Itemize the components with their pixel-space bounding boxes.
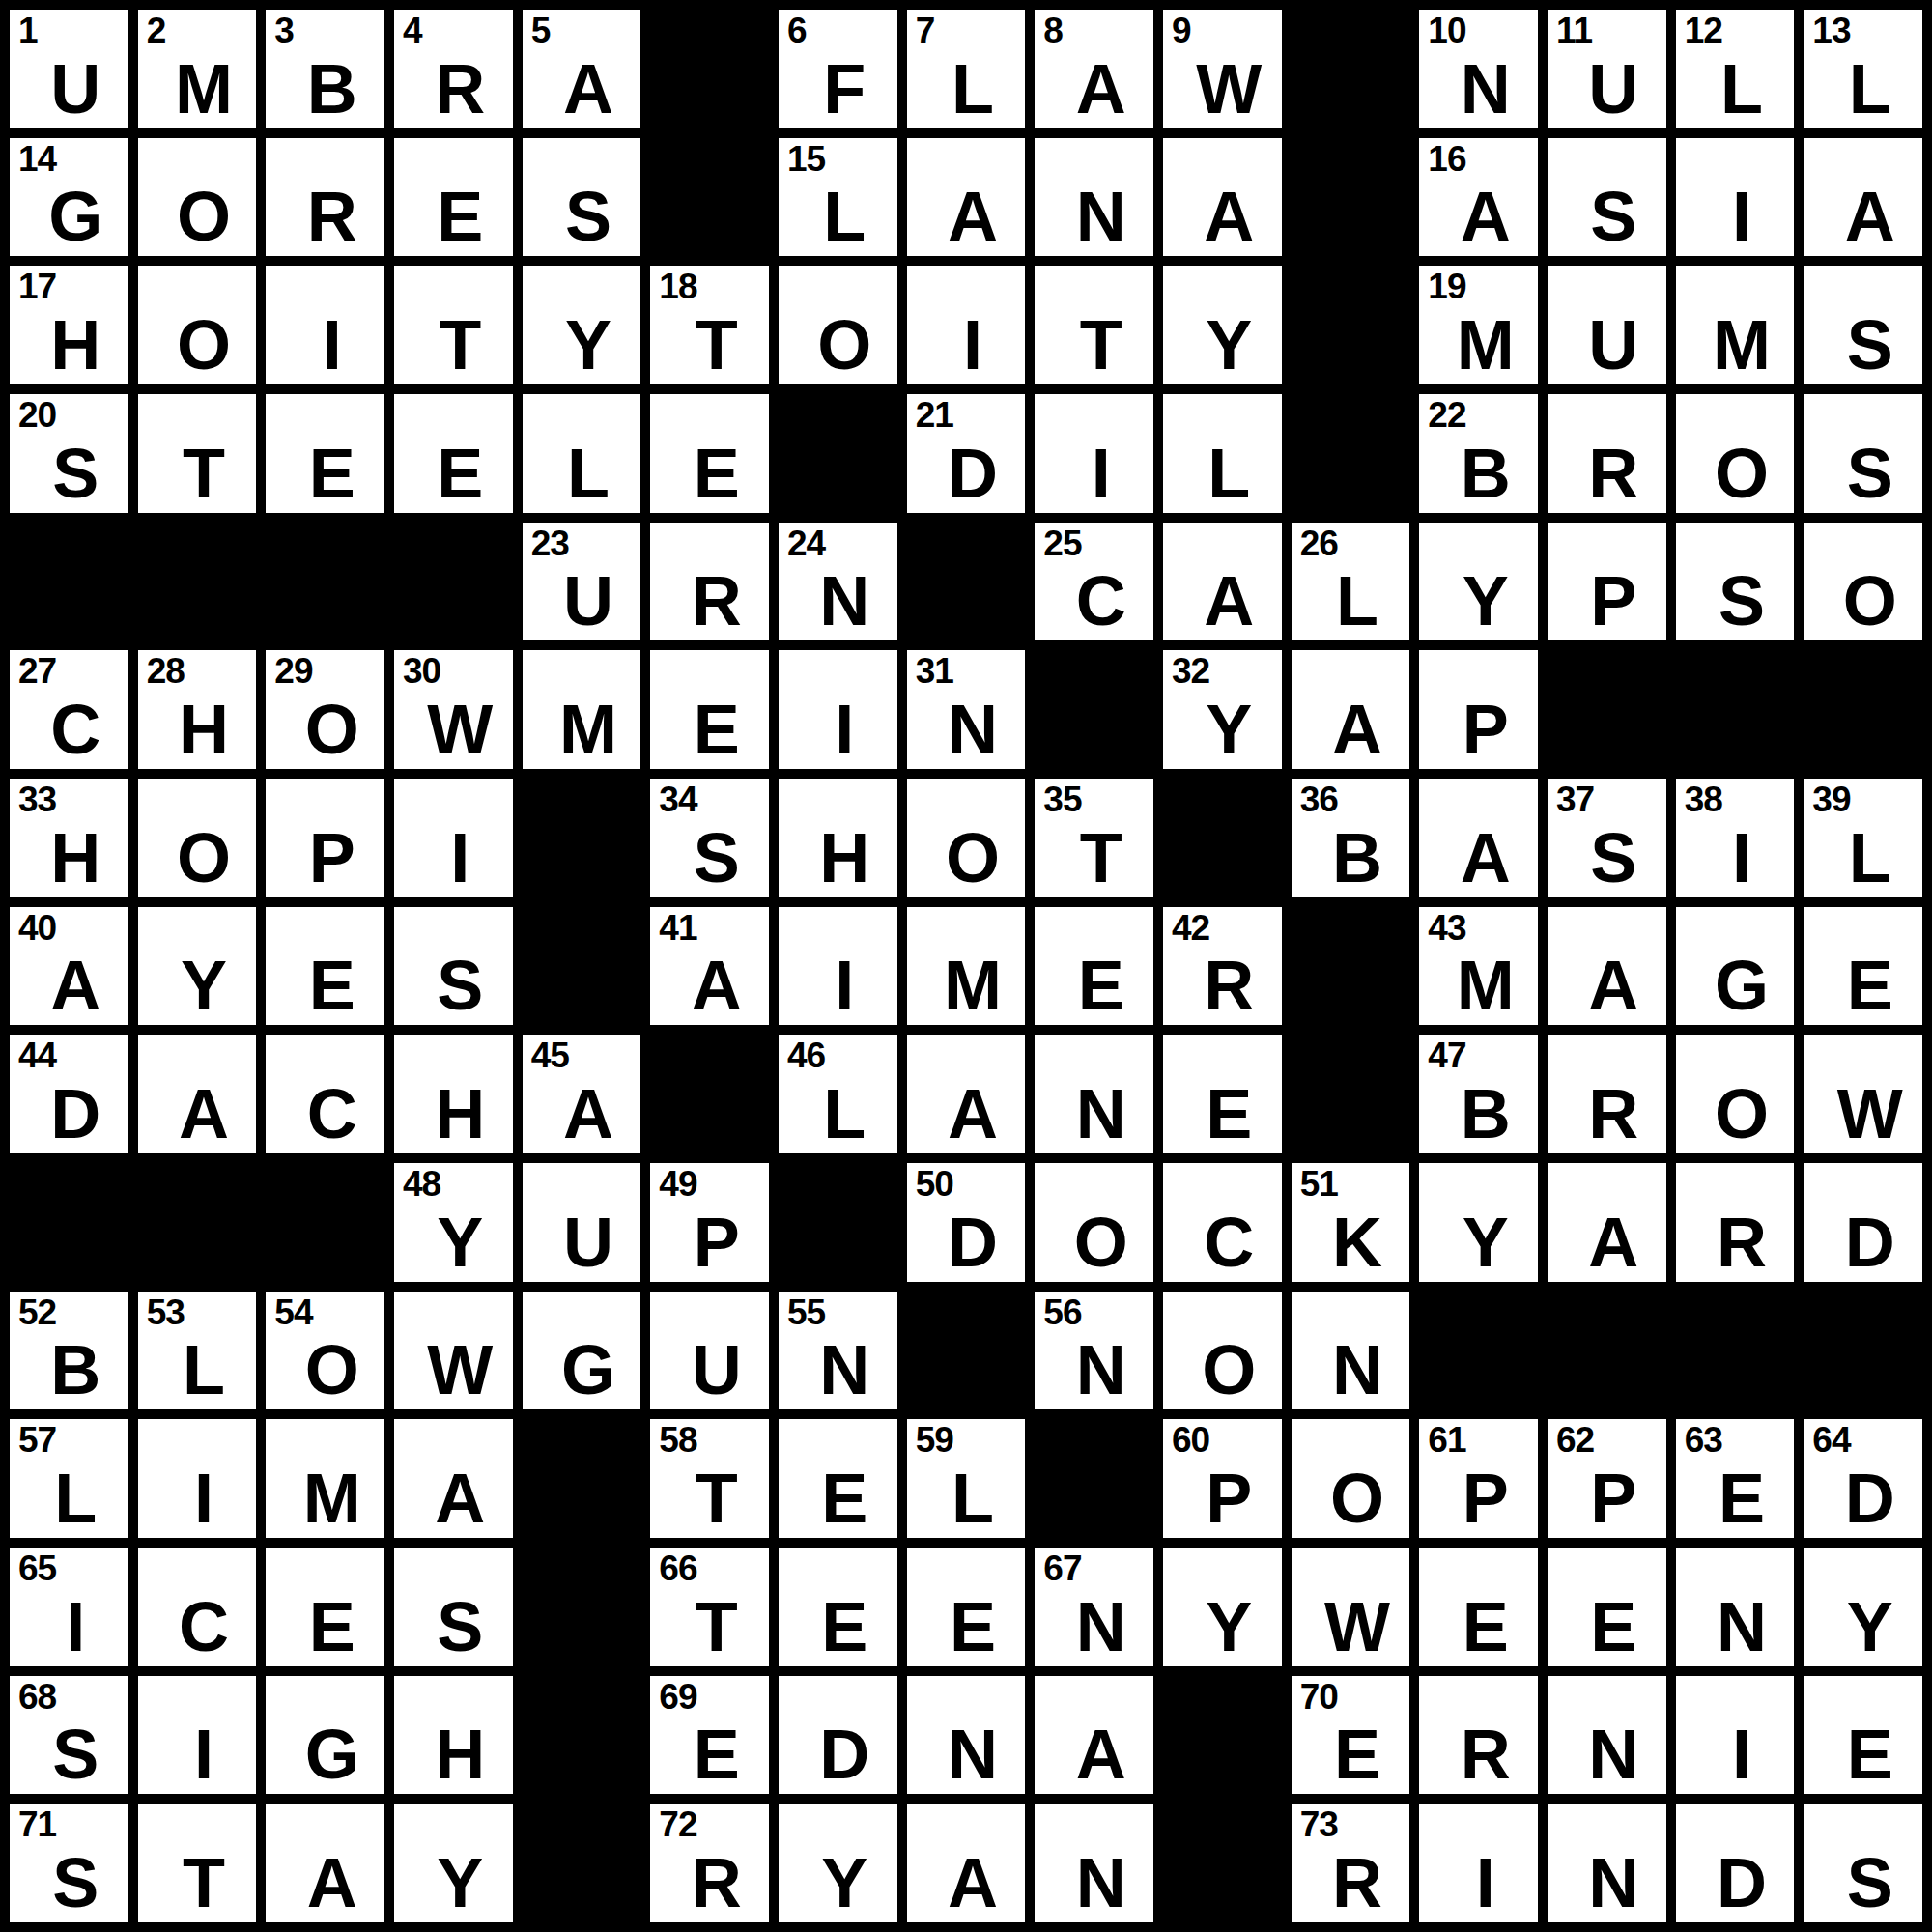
cell-letter: I xyxy=(272,310,391,380)
clue-number: 69 xyxy=(659,1679,696,1717)
clue-number: 50 xyxy=(916,1166,953,1204)
grid-cell[interactable]: A xyxy=(133,1030,262,1158)
grid-cell[interactable]: E xyxy=(261,902,389,1031)
grid-cell[interactable]: E xyxy=(389,389,518,518)
grid-cell[interactable]: N xyxy=(1030,1799,1158,1927)
grid-cell[interactable]: A xyxy=(1030,1671,1158,1800)
grid-cell[interactable]: E xyxy=(1030,902,1158,1031)
grid-cell[interactable]: E xyxy=(645,645,774,774)
cell-letter: W xyxy=(1170,54,1289,124)
grid-cell[interactable]: W xyxy=(1287,1543,1415,1671)
cell-letter: C xyxy=(1041,566,1160,636)
grid-cell[interactable]: 7L xyxy=(902,5,1031,133)
grid-cell[interactable]: G xyxy=(261,1671,389,1800)
cell-letter: A xyxy=(1426,823,1545,893)
black-cell xyxy=(133,1158,262,1287)
cell-letter: L xyxy=(1170,439,1289,508)
cell-letter: A xyxy=(401,1463,520,1533)
grid-cell[interactable]: 29O xyxy=(261,645,389,774)
grid-cell[interactable]: E xyxy=(774,1414,902,1543)
grid-cell[interactable]: 28H xyxy=(133,645,262,774)
cell-letter: M xyxy=(1683,310,1802,380)
grid-cell[interactable]: E xyxy=(645,389,774,518)
grid-cell[interactable]: E xyxy=(1543,1543,1671,1671)
grid-cell[interactable]: 22B xyxy=(1414,389,1543,518)
cell-letter: O xyxy=(1170,1335,1289,1405)
grid-cell[interactable]: E xyxy=(774,1543,902,1671)
cell-letter: M xyxy=(914,951,1033,1020)
cell-letter: U xyxy=(529,566,648,636)
black-cell xyxy=(645,133,774,262)
grid-cell[interactable]: 68S xyxy=(5,1671,133,1800)
grid-cell[interactable]: 39L xyxy=(1799,774,1927,902)
grid-cell[interactable]: 59L xyxy=(902,1414,1031,1543)
grid-cell[interactable]: A xyxy=(902,1030,1031,1158)
grid-cell[interactable]: O xyxy=(774,261,902,389)
grid-cell[interactable]: 54O xyxy=(261,1287,389,1415)
grid-cell[interactable]: S xyxy=(1799,389,1927,518)
grid-cell[interactable]: A xyxy=(1414,774,1543,902)
cell-letter: O xyxy=(1810,566,1929,636)
grid-cell[interactable]: 72R xyxy=(645,1799,774,1927)
grid-cell[interactable]: 19M xyxy=(1414,261,1543,389)
grid-cell[interactable]: 9W xyxy=(1158,5,1287,133)
grid-cell[interactable]: 49P xyxy=(645,1158,774,1287)
cell-letter: D xyxy=(914,1207,1033,1277)
cell-letter: O xyxy=(914,823,1033,893)
grid-cell[interactable]: R xyxy=(645,518,774,646)
cell-letter: I xyxy=(145,1463,264,1533)
grid-cell[interactable]: 40A xyxy=(5,902,133,1031)
grid-cell[interactable]: 3B xyxy=(261,5,389,133)
black-cell xyxy=(645,5,774,133)
clue-number: 68 xyxy=(18,1679,56,1717)
grid-cell[interactable]: H xyxy=(389,1030,518,1158)
grid-cell[interactable]: R xyxy=(1543,1030,1671,1158)
grid-cell[interactable]: D xyxy=(774,1671,902,1800)
grid-cell[interactable]: A xyxy=(1799,133,1927,262)
grid-cell[interactable]: O xyxy=(1671,1030,1800,1158)
clue-number: 22 xyxy=(1428,397,1465,435)
cell-letter: B xyxy=(272,54,391,124)
grid-cell[interactable]: 24N xyxy=(774,518,902,646)
cell-letter: E xyxy=(1683,1463,1802,1533)
grid-cell[interactable]: O xyxy=(133,261,262,389)
grid-cell[interactable]: 63E xyxy=(1671,1414,1800,1543)
grid-cell[interactable]: N xyxy=(1030,1030,1158,1158)
grid-cell[interactable]: E xyxy=(261,389,389,518)
grid-cell[interactable]: 66T xyxy=(645,1543,774,1671)
grid-cell[interactable]: T xyxy=(133,1799,262,1927)
grid-cell[interactable]: N xyxy=(1543,1671,1671,1800)
grid-cell[interactable]: 30W xyxy=(389,645,518,774)
grid-cell[interactable]: 6F xyxy=(774,5,902,133)
grid-cell[interactable]: O xyxy=(1158,1287,1287,1415)
grid-cell[interactable]: O xyxy=(133,774,262,902)
grid-cell[interactable]: E xyxy=(1799,902,1927,1031)
grid-cell[interactable]: P xyxy=(261,774,389,902)
cell-letter: U xyxy=(1554,54,1673,124)
grid-cell[interactable]: 4R xyxy=(389,5,518,133)
grid-cell[interactable]: 23U xyxy=(518,518,646,646)
cell-letter: E xyxy=(1810,951,1929,1020)
grid-cell[interactable]: A xyxy=(1287,645,1415,774)
grid-cell[interactable]: Y xyxy=(133,902,262,1031)
grid-cell[interactable]: 27C xyxy=(5,645,133,774)
grid-cell[interactable]: L xyxy=(518,389,646,518)
grid-cell[interactable]: 35T xyxy=(1030,774,1158,902)
clue-number: 35 xyxy=(1043,781,1081,819)
grid-cell[interactable]: C xyxy=(1158,1158,1287,1287)
grid-cell[interactable]: 34S xyxy=(645,774,774,902)
cell-letter: C xyxy=(16,695,135,764)
grid-cell[interactable]: W xyxy=(1799,1030,1927,1158)
cell-letter: T xyxy=(1041,823,1160,893)
grid-cell[interactable]: 52B xyxy=(5,1287,133,1415)
cell-letter: E xyxy=(657,1719,776,1789)
cell-letter: L xyxy=(914,54,1033,124)
grid-cell[interactable]: 42R xyxy=(1158,902,1287,1031)
grid-cell[interactable]: 13L xyxy=(1799,5,1927,133)
grid-cell[interactable]: I xyxy=(133,1414,262,1543)
grid-cell[interactable]: G xyxy=(518,1287,646,1415)
clue-number: 46 xyxy=(787,1037,825,1075)
grid-cell[interactable]: Y xyxy=(389,1799,518,1927)
grid-cell[interactable]: S xyxy=(1799,261,1927,389)
cell-letter: A xyxy=(1041,1719,1160,1789)
black-cell xyxy=(133,518,262,646)
grid-cell[interactable]: G xyxy=(1671,902,1800,1031)
grid-cell[interactable]: 36B xyxy=(1287,774,1415,902)
cell-letter: S xyxy=(16,1719,135,1789)
grid-cell[interactable]: 62P xyxy=(1543,1414,1671,1543)
cell-letter: T xyxy=(401,310,520,380)
cell-letter: N xyxy=(1041,1335,1160,1405)
grid-cell[interactable]: 50D xyxy=(902,1158,1031,1287)
grid-cell[interactable]: 67N xyxy=(1030,1543,1158,1671)
grid-cell[interactable]: M xyxy=(902,902,1031,1031)
grid-cell[interactable]: O xyxy=(1030,1158,1158,1287)
grid-cell[interactable]: P xyxy=(1414,645,1543,774)
grid-cell[interactable]: W xyxy=(389,1287,518,1415)
grid-cell[interactable]: R xyxy=(1671,1158,1800,1287)
grid-cell[interactable]: C xyxy=(133,1543,262,1671)
clue-number: 56 xyxy=(1043,1294,1081,1332)
grid-cell[interactable]: I xyxy=(1671,1671,1800,1800)
grid-cell[interactable]: 26L xyxy=(1287,518,1415,646)
cell-letter: D xyxy=(1683,1848,1802,1918)
cell-letter: Y xyxy=(1170,695,1289,764)
grid-cell[interactable]: E xyxy=(902,1543,1031,1671)
grid-cell[interactable]: A xyxy=(1543,1158,1671,1287)
grid-cell[interactable]: S xyxy=(389,902,518,1031)
grid-cell[interactable]: T xyxy=(389,261,518,389)
cell-letter: B xyxy=(1298,823,1417,893)
cell-letter: A xyxy=(272,1848,391,1918)
grid-cell[interactable]: S xyxy=(389,1543,518,1671)
grid-cell[interactable]: 33H xyxy=(5,774,133,902)
cell-letter: K xyxy=(1298,1207,1417,1277)
grid-cell[interactable]: 64D xyxy=(1799,1414,1927,1543)
cell-letter: N xyxy=(1041,1592,1160,1662)
black-cell xyxy=(518,902,646,1031)
cell-letter: U xyxy=(1554,310,1673,380)
grid-cell[interactable]: 48Y xyxy=(389,1158,518,1287)
grid-cell[interactable]: 10N xyxy=(1414,5,1543,133)
cell-letter: I xyxy=(1426,1848,1545,1918)
black-cell xyxy=(1287,389,1415,518)
grid-cell[interactable]: 55N xyxy=(774,1287,902,1415)
grid-cell[interactable]: O xyxy=(902,774,1031,902)
black-cell xyxy=(1543,645,1671,774)
grid-cell[interactable]: 58T xyxy=(645,1414,774,1543)
grid-cell[interactable]: A xyxy=(261,1799,389,1927)
grid-cell[interactable]: 5A xyxy=(518,5,646,133)
cell-letter: N xyxy=(785,566,904,636)
grid-cell[interactable]: E xyxy=(1158,1030,1287,1158)
crossword-board: 1U2M3B4R5A6F7L8A9W10N11U12L13L14GORES15L… xyxy=(0,0,1932,1932)
grid-cell[interactable]: Y xyxy=(1158,1543,1287,1671)
grid-cell[interactable]: 43M xyxy=(1414,902,1543,1031)
clue-number: 40 xyxy=(18,910,56,948)
grid-cell[interactable]: D xyxy=(1671,1799,1800,1927)
grid-cell[interactable]: 71S xyxy=(5,1799,133,1927)
grid-cell[interactable]: I xyxy=(1030,389,1158,518)
grid-cell[interactable]: 15L xyxy=(774,133,902,262)
clue-number: 1 xyxy=(18,13,38,50)
grid-cell[interactable]: U xyxy=(645,1287,774,1415)
grid-cell[interactable]: O xyxy=(133,133,262,262)
grid-cell[interactable]: 37S xyxy=(1543,774,1671,902)
grid-cell[interactable]: I xyxy=(261,261,389,389)
grid-cell[interactable]: L xyxy=(1158,389,1287,518)
clue-number: 6 xyxy=(787,13,807,50)
cell-letter: R xyxy=(1426,1719,1545,1789)
cell-letter: S xyxy=(401,1592,520,1662)
grid-cell[interactable]: P xyxy=(1543,518,1671,646)
grid-cell[interactable]: 16A xyxy=(1414,133,1543,262)
grid-cell[interactable]: A xyxy=(902,1799,1031,1927)
grid-cell[interactable]: N xyxy=(1671,1543,1800,1671)
cell-letter: R xyxy=(401,54,520,124)
grid-cell[interactable]: 57L xyxy=(5,1414,133,1543)
grid-cell[interactable]: N xyxy=(1287,1287,1415,1415)
grid-cell[interactable]: I xyxy=(774,645,902,774)
grid-cell[interactable]: 47B xyxy=(1414,1030,1543,1158)
grid-cell[interactable]: I xyxy=(1671,133,1800,262)
grid-cell[interactable]: R xyxy=(1543,389,1671,518)
cell-letter: A xyxy=(1426,182,1545,251)
grid-cell[interactable]: A xyxy=(1543,902,1671,1031)
grid-cell[interactable]: R xyxy=(261,133,389,262)
cell-letter: A xyxy=(914,1079,1033,1149)
cell-letter: A xyxy=(1554,951,1673,1020)
cell-letter: E xyxy=(272,439,391,508)
grid-cell[interactable]: T xyxy=(1030,261,1158,389)
cell-letter: S xyxy=(1810,1848,1929,1918)
black-cell xyxy=(902,1287,1031,1415)
grid-cell[interactable]: 12L xyxy=(1671,5,1800,133)
grid-cell[interactable]: A xyxy=(1158,133,1287,262)
cell-letter: H xyxy=(401,1719,520,1789)
black-cell xyxy=(1287,261,1415,389)
cell-letter: G xyxy=(529,1335,648,1405)
clue-number: 26 xyxy=(1300,526,1338,563)
grid-cell[interactable]: Y xyxy=(1799,1543,1927,1671)
grid-cell[interactable]: U xyxy=(1543,261,1671,389)
clue-number: 41 xyxy=(659,910,696,948)
grid-cell[interactable]: M xyxy=(1671,261,1800,389)
grid-cell[interactable]: O xyxy=(1799,518,1927,646)
grid-cell[interactable]: 21D xyxy=(902,389,1031,518)
cell-letter: S xyxy=(1683,566,1802,636)
grid-cell[interactable]: 25C xyxy=(1030,518,1158,646)
grid-cell[interactable]: 45A xyxy=(518,1030,646,1158)
grid-cell[interactable]: 60P xyxy=(1158,1414,1287,1543)
cell-letter: R xyxy=(657,1848,776,1918)
grid-cell[interactable]: Y xyxy=(1414,1158,1543,1287)
clue-number: 13 xyxy=(1812,13,1850,50)
grid-cell[interactable]: 38I xyxy=(1671,774,1800,902)
grid-cell[interactable]: H xyxy=(389,1671,518,1800)
grid-cell[interactable]: 70E xyxy=(1287,1671,1415,1800)
grid-cell[interactable]: 14G xyxy=(5,133,133,262)
grid-cell[interactable]: 73R xyxy=(1287,1799,1415,1927)
black-cell xyxy=(1158,1799,1287,1927)
grid-cell[interactable]: N xyxy=(1543,1799,1671,1927)
cell-letter: E xyxy=(272,951,391,1020)
cell-letter: P xyxy=(657,1207,776,1277)
grid-cell[interactable]: E xyxy=(1799,1671,1927,1800)
cell-letter: S xyxy=(657,823,776,893)
clue-number: 16 xyxy=(1428,141,1465,179)
grid-cell[interactable]: 69E xyxy=(645,1671,774,1800)
grid-cell[interactable]: A xyxy=(902,133,1031,262)
cell-letter: H xyxy=(785,823,904,893)
cell-letter: S xyxy=(529,182,648,251)
grid-cell[interactable]: H xyxy=(774,774,902,902)
clue-number: 51 xyxy=(1300,1166,1338,1204)
grid-cell[interactable]: O xyxy=(1671,389,1800,518)
grid-cell[interactable]: D xyxy=(1799,1158,1927,1287)
cell-letter: Y xyxy=(529,310,648,380)
grid-cell[interactable]: A xyxy=(389,1414,518,1543)
grid-cell[interactable]: 51K xyxy=(1287,1158,1415,1287)
black-cell xyxy=(1030,645,1158,774)
cell-letter: M xyxy=(272,1463,391,1533)
cell-letter: R xyxy=(1683,1207,1802,1277)
cell-letter: E xyxy=(401,182,520,251)
grid-cell[interactable]: S xyxy=(1543,133,1671,262)
grid-cell[interactable]: O xyxy=(1287,1414,1415,1543)
clue-number: 54 xyxy=(274,1294,312,1332)
grid-cell[interactable]: U xyxy=(518,1158,646,1287)
clue-number: 25 xyxy=(1043,526,1081,563)
grid-cell[interactable]: 56N xyxy=(1030,1287,1158,1415)
grid-cell[interactable]: 8A xyxy=(1030,5,1158,133)
grid-cell[interactable]: I xyxy=(1414,1799,1543,1927)
black-cell xyxy=(518,1671,646,1800)
cell-letter: L xyxy=(16,1463,135,1533)
black-cell xyxy=(261,1158,389,1287)
grid-cell[interactable]: 11U xyxy=(1543,5,1671,133)
cell-letter: E xyxy=(657,439,776,508)
clue-number: 67 xyxy=(1043,1550,1081,1588)
grid-cell[interactable]: M xyxy=(261,1414,389,1543)
cell-letter: G xyxy=(1683,951,1802,1020)
grid-cell[interactable]: I xyxy=(902,261,1031,389)
cell-letter: E xyxy=(401,439,520,508)
black-cell xyxy=(1158,1671,1287,1800)
grid-cell[interactable]: E xyxy=(261,1543,389,1671)
black-cell xyxy=(902,518,1031,646)
clue-number: 17 xyxy=(18,269,56,306)
grid-cell[interactable]: S xyxy=(1799,1799,1927,1927)
grid-cell[interactable]: 61P xyxy=(1414,1414,1543,1543)
grid-cell[interactable]: I xyxy=(774,902,902,1031)
grid-cell[interactable]: I xyxy=(133,1671,262,1800)
cell-letter: P xyxy=(1170,1463,1289,1533)
grid-cell[interactable]: Y xyxy=(1158,261,1287,389)
cell-letter: R xyxy=(1554,439,1673,508)
clue-number: 10 xyxy=(1428,13,1465,50)
grid-cell[interactable]: 1U xyxy=(5,5,133,133)
grid-cell[interactable]: A xyxy=(1158,518,1287,646)
cell-letter: N xyxy=(785,1335,904,1405)
grid-cell[interactable]: 46L xyxy=(774,1030,902,1158)
grid-cell[interactable]: T xyxy=(133,389,262,518)
cell-letter: A xyxy=(914,1848,1033,1918)
grid-cell[interactable]: C xyxy=(261,1030,389,1158)
clue-number: 27 xyxy=(18,653,56,691)
grid-cell[interactable]: 20S xyxy=(5,389,133,518)
grid-cell[interactable]: R xyxy=(1414,1671,1543,1800)
cell-letter: E xyxy=(1810,1719,1929,1789)
black-cell xyxy=(1799,645,1927,774)
black-cell xyxy=(261,518,389,646)
grid-cell[interactable]: Y xyxy=(1414,518,1543,646)
grid-cell[interactable]: 2M xyxy=(133,5,262,133)
grid-cell[interactable]: M xyxy=(518,645,646,774)
grid-cell[interactable]: I xyxy=(389,774,518,902)
cell-letter: I xyxy=(16,1592,135,1662)
cell-letter: H xyxy=(401,1079,520,1149)
grid-cell[interactable]: 65I xyxy=(5,1543,133,1671)
grid-cell[interactable]: 44D xyxy=(5,1030,133,1158)
grid-cell[interactable]: Y xyxy=(518,261,646,389)
grid-cell[interactable]: 18T xyxy=(645,261,774,389)
grid-cell[interactable]: E xyxy=(1414,1543,1543,1671)
grid-cell[interactable]: 32Y xyxy=(1158,645,1287,774)
cell-letter: D xyxy=(1810,1207,1929,1277)
grid-cell[interactable]: S xyxy=(1671,518,1800,646)
grid-cell[interactable]: E xyxy=(389,133,518,262)
grid-cell[interactable]: N xyxy=(902,1671,1031,1800)
cell-letter: Y xyxy=(1810,1592,1929,1662)
grid-cell[interactable]: N xyxy=(1030,133,1158,262)
grid-cell[interactable]: 17H xyxy=(5,261,133,389)
cell-letter: D xyxy=(785,1719,904,1789)
cell-letter: N xyxy=(1426,54,1545,124)
grid-cell[interactable]: 31N xyxy=(902,645,1031,774)
grid-cell[interactable]: Y xyxy=(774,1799,902,1927)
grid-cell[interactable]: S xyxy=(518,133,646,262)
grid-cell[interactable]: 41A xyxy=(645,902,774,1031)
clue-number: 4 xyxy=(403,13,422,50)
grid-cell[interactable]: 53L xyxy=(133,1287,262,1415)
black-cell xyxy=(1030,1414,1158,1543)
clue-number: 72 xyxy=(659,1806,696,1844)
